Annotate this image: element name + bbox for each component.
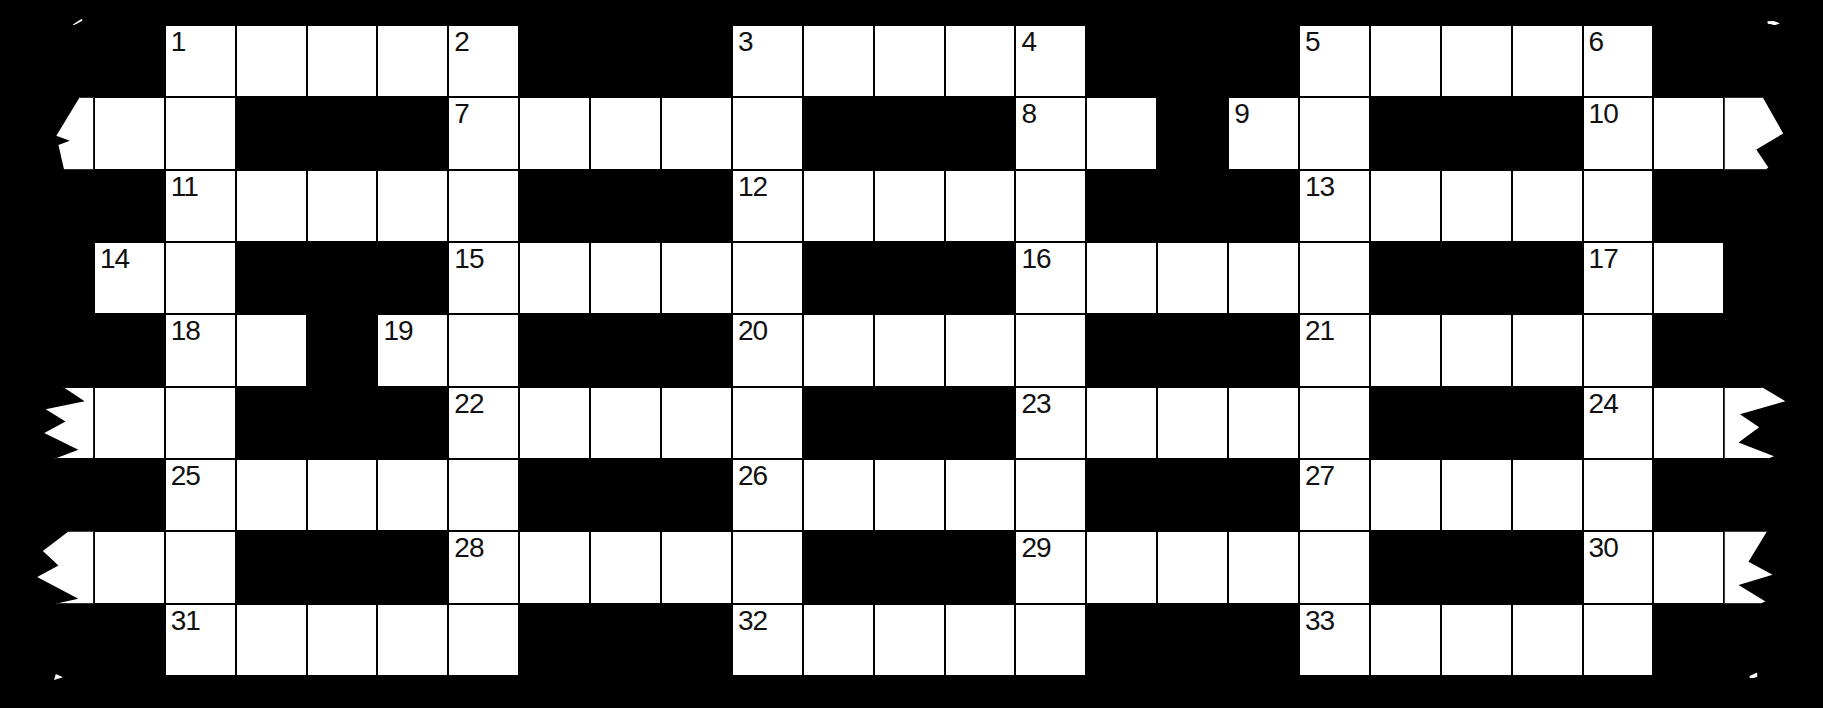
crossword-cell-r6-c7[interactable]: 22 [448,387,519,459]
crossword-cell-r9-c12[interactable] [803,604,874,676]
crossword-cell-r5-c3[interactable]: 18 [165,314,236,386]
crossword-cell-r4-c9[interactable] [590,242,661,314]
crossword-cell-r9-c21[interactable] [1441,604,1512,676]
crossword-cell-r9-c5[interactable] [307,604,378,676]
crossword-cell-r9-c15[interactable] [1015,604,1086,676]
clue-number: 2 [454,27,469,56]
crossword-cell-r6-c1[interactable] [23,387,94,459]
crossword-cell-r5-c14[interactable] [945,314,1016,386]
crossword-cell-r1-c4[interactable] [236,25,307,97]
crossword-cell-r8-c2[interactable] [94,531,165,603]
crossword-cell-r4-c10[interactable] [661,242,732,314]
clue-number: 4 [1021,27,1036,56]
crossword-cell-r1-c13[interactable] [874,25,945,97]
crossword-cell-r3-c22[interactable] [1512,170,1583,242]
crossword-cell-r2-c23[interactable]: 10 [1583,97,1654,169]
crossword-cell-r7-c4[interactable] [236,459,307,531]
crossword-cell-r2-c25[interactable] [1724,97,1795,169]
clue-number: 6 [1589,27,1604,56]
crossword-cell-r6-c23[interactable]: 24 [1583,387,1654,459]
crossword-cell-r2-c3[interactable] [165,97,236,169]
clue-number: 5 [1305,27,1320,56]
crossword-cell-r4-c17[interactable] [1157,242,1228,314]
crossword-cell-r5-c20[interactable] [1370,314,1441,386]
crossword-cell-r6-c3[interactable] [165,387,236,459]
clue-number: 31 [171,606,200,635]
crossword-cell-r9-c20[interactable] [1370,604,1441,676]
crossword-cell-r8-c7[interactable]: 28 [448,531,519,603]
crossword-cell-r8-c8[interactable] [519,531,590,603]
crossword-cell-r3-c19[interactable]: 13 [1299,170,1370,242]
crossword-cell-r8-c15[interactable]: 29 [1015,531,1086,603]
crossword-cell-r7-c7[interactable] [448,459,519,531]
crossword-cell-r2-c1[interactable] [23,97,94,169]
clue-number: 28 [454,533,483,562]
crossword-cell-r4-c8[interactable] [519,242,590,314]
crossword-cell-r3-c21[interactable] [1441,170,1512,242]
crossword-cell-r5-c19[interactable]: 21 [1299,314,1370,386]
crossword-cell-r1-c15[interactable]: 4 [1015,25,1086,97]
crossword-cell-r9-c13[interactable] [874,604,945,676]
crossword-cell-r1-c12[interactable] [803,25,874,97]
crossword-cell-r7-c12[interactable] [803,459,874,531]
crossword-cell-r7-c6[interactable] [377,459,448,531]
crossword-cell-r6-c17[interactable] [1157,387,1228,459]
clue-number: 18 [171,316,200,345]
crossword-cell-r1-c14[interactable] [945,25,1016,97]
crossword-cell-r6-c18[interactable] [1228,387,1299,459]
clue-number: 8 [1021,99,1036,128]
clue-number: 7 [454,99,469,128]
crossword-cell-r1-c3[interactable]: 1 [165,25,236,97]
crossword-cell-r4-c11[interactable] [732,242,803,314]
clue-number: 14 [100,244,129,273]
crossword-cell-r8-c18[interactable] [1228,531,1299,603]
crossword-cell-r1-c22[interactable] [1512,25,1583,97]
crossword-cell-r3-c13[interactable] [874,170,945,242]
crossword-cell-r2-c2[interactable] [94,97,165,169]
clue-number: 13 [1305,172,1334,201]
crossword-cell-r4-c18[interactable] [1228,242,1299,314]
crossword-cell-r8-c19[interactable] [1299,531,1370,603]
crossword-cell-r8-c23[interactable]: 30 [1583,531,1654,603]
clue-number: 15 [454,244,483,273]
crossword-cell-r7-c13[interactable] [874,459,945,531]
crossword-cell-r3-c15[interactable] [1015,170,1086,242]
crossword-cell-r9-c14[interactable] [945,604,1016,676]
crossword-cell-r7-c11[interactable]: 26 [732,459,803,531]
clue-number: 25 [171,461,200,490]
crossword-cell-r6-c15[interactable]: 23 [1015,387,1086,459]
crossword-cell-r2-c15[interactable]: 8 [1015,97,1086,169]
crossword-cell-r5-c7[interactable] [448,314,519,386]
crossword-cell-r7-c15[interactable] [1015,459,1086,531]
clue-number: 16 [1021,244,1050,273]
crossword-cell-r8-c11[interactable] [732,531,803,603]
crossword-cell-r5-c6[interactable]: 19 [377,314,448,386]
crossword-cell-r4-c15[interactable]: 16 [1015,242,1086,314]
crossword-cell-r1-c6[interactable] [377,25,448,97]
clue-number: 24 [1589,389,1618,418]
crossword-cell-r1-c19[interactable]: 5 [1299,25,1370,97]
crossword-cell-r9-c22[interactable] [1512,604,1583,676]
crossword-cell-r8-c25[interactable] [1724,531,1795,603]
crossword-cell-r1-c5[interactable] [307,25,378,97]
clue-number: 11 [171,172,198,201]
crossword-cell-r7-c21[interactable] [1441,459,1512,531]
crossword-cell-r6-c19[interactable] [1299,387,1370,459]
clue-number: 19 [383,316,412,345]
crossword-cell-r2-c8[interactable] [519,97,590,169]
crossword-cell-r6-c25[interactable] [1724,387,1795,459]
clue-number: 3 [738,27,753,56]
clue-number: 27 [1305,461,1334,490]
crossword-cell-r6-c10[interactable] [661,387,732,459]
crossword-cell-r9-c11[interactable]: 32 [732,604,803,676]
crossword-cell-r5-c4[interactable] [236,314,307,386]
crossword-cell-r4-c7[interactable]: 15 [448,242,519,314]
crossword-cell-r7-c23[interactable] [1583,459,1654,531]
clue-number: 29 [1021,533,1050,562]
clue-number: 33 [1305,606,1334,635]
crossword-cell-r1-c20[interactable] [1370,25,1441,97]
crossword-cell-r8-c9[interactable] [590,531,661,603]
crossword-cell-r5-c15[interactable] [1015,314,1086,386]
crossword-cell-r6-c16[interactable] [1086,387,1157,459]
crossword-cell-r8-c1[interactable] [23,531,94,603]
clue-number: 10 [1589,99,1618,128]
crossword-cell-r6-c11[interactable] [732,387,803,459]
crossword-cell-r2-c11[interactable] [732,97,803,169]
crossword-cell-r6-c24[interactable] [1653,387,1724,459]
crossword-cell-r3-c5[interactable] [307,170,378,242]
crossword-page: { "game": "crossword", "board": { "rows"… [0,0,1823,708]
clue-number: 17 [1589,244,1618,273]
crossword-cell-r3-c20[interactable] [1370,170,1441,242]
crossword-cell-r4-c24[interactable] [1653,242,1724,314]
clue-number: 21 [1305,316,1334,345]
crossword-cell-r3-c11[interactable]: 12 [732,170,803,242]
clue-number: 26 [738,461,767,490]
crossword-cell-r2-c9[interactable] [590,97,661,169]
crossword-cell-r7-c5[interactable] [307,459,378,531]
crossword-cell-r9-c4[interactable] [236,604,307,676]
clue-number: 22 [454,389,483,418]
crossword-cell-r8-c17[interactable] [1157,531,1228,603]
crossword-cell-r5-c11[interactable]: 20 [732,314,803,386]
crossword-cell-r2-c24[interactable] [1653,97,1724,169]
crossword-cell-r4-c2[interactable]: 14 [94,242,165,314]
crossword-cell-r9-c6[interactable] [377,604,448,676]
crossword-cell-r4-c3[interactable] [165,242,236,314]
crossword-cell-r5-c13[interactable] [874,314,945,386]
crossword-cell-r4-c23[interactable]: 17 [1583,242,1654,314]
crossword-cell-r3-c3[interactable]: 11 [165,170,236,242]
clue-number: 32 [738,606,767,635]
crossword-cell-r4-c19[interactable] [1299,242,1370,314]
crossword-cell-r8-c16[interactable] [1086,531,1157,603]
crossword-cell-r5-c23[interactable] [1583,314,1654,386]
crossword-cell-r9-c23[interactable] [1583,604,1654,676]
clue-number: 30 [1589,533,1618,562]
crossword-cell-r3-c12[interactable] [803,170,874,242]
crossword-cell-r6-c9[interactable] [590,387,661,459]
crossword-grid: 1234567891011121314151617181920212223242… [23,25,1795,676]
crossword-cell-r3-c6[interactable] [377,170,448,242]
crossword-cell-r3-c23[interactable] [1583,170,1654,242]
crossword-cell-r9-c19[interactable]: 33 [1299,604,1370,676]
crossword-cell-r2-c16[interactable] [1086,97,1157,169]
crossword-cell-r4-c16[interactable] [1086,242,1157,314]
crossword-cell-r1-c7[interactable]: 2 [448,25,519,97]
crossword-cell-r6-c8[interactable] [519,387,590,459]
crossword-cell-r5-c21[interactable] [1441,314,1512,386]
clue-number: 1 [171,27,186,56]
clue-number: 9 [1234,99,1249,128]
clue-number: 20 [738,316,767,345]
crossword-cell-r6-c2[interactable] [94,387,165,459]
crossword-cell-r1-c21[interactable] [1441,25,1512,97]
crossword-cell-r7-c20[interactable] [1370,459,1441,531]
crossword-cell-r2-c19[interactable] [1299,97,1370,169]
crossword-cell-r7-c3[interactable]: 25 [165,459,236,531]
crossword-cell-r8-c24[interactable] [1653,531,1724,603]
crossword-cell-r1-c11[interactable]: 3 [732,25,803,97]
crossword-cell-r3-c4[interactable] [236,170,307,242]
crossword-cell-r9-c3[interactable]: 31 [165,604,236,676]
crossword-cell-r2-c10[interactable] [661,97,732,169]
crossword-cell-r8-c10[interactable] [661,531,732,603]
clue-number: 23 [1021,389,1050,418]
crossword-cell-r3-c7[interactable] [448,170,519,242]
crossword-cell-r5-c22[interactable] [1512,314,1583,386]
crossword-cell-r8-c3[interactable] [165,531,236,603]
crossword-cell-r7-c22[interactable] [1512,459,1583,531]
crossword-cell-r5-c12[interactable] [803,314,874,386]
crossword-cell-r9-c7[interactable] [448,604,519,676]
crossword-cell-r7-c19[interactable]: 27 [1299,459,1370,531]
crossword-cell-r7-c14[interactable] [945,459,1016,531]
crossword-cell-r3-c14[interactable] [945,170,1016,242]
clue-number: 12 [738,172,767,201]
crossword-cell-r1-c23[interactable]: 6 [1583,25,1654,97]
crossword-cell-r2-c18[interactable]: 9 [1228,97,1299,169]
crossword-cell-r2-c7[interactable]: 7 [448,97,519,169]
